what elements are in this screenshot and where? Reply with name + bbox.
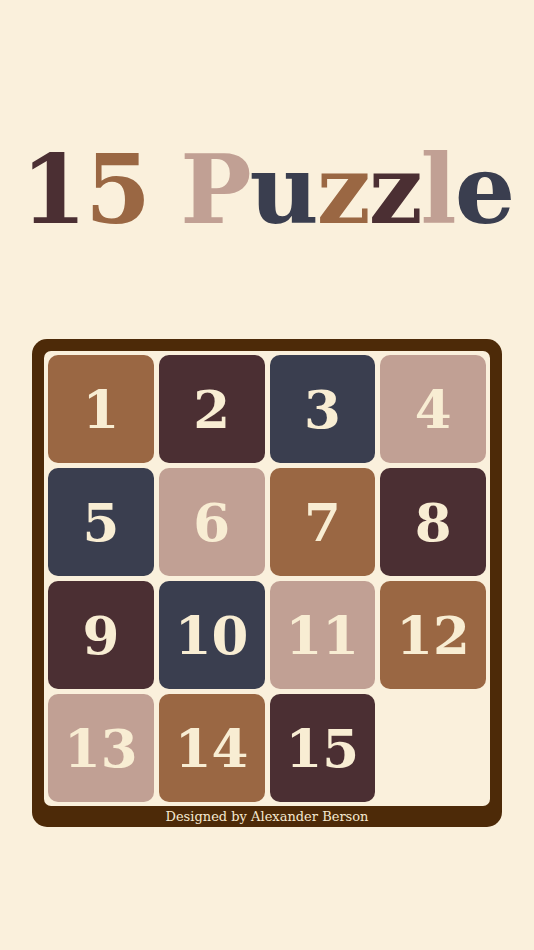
title-letter: l [421, 134, 455, 245]
puzzle-board: 123456789101112131415 [44, 351, 490, 806]
tile-1[interactable]: 1 [48, 355, 154, 463]
title-letter: 1 [21, 134, 85, 245]
tile-10[interactable]: 10 [159, 581, 265, 689]
tile-8[interactable]: 8 [380, 468, 486, 576]
tile-7[interactable]: 7 [270, 468, 376, 576]
tile-2[interactable]: 2 [159, 355, 265, 463]
tile-5[interactable]: 5 [48, 468, 154, 576]
title-letter [149, 134, 180, 245]
tile-4[interactable]: 4 [380, 355, 486, 463]
tile-6[interactable]: 6 [159, 468, 265, 576]
title-letter: u [250, 134, 317, 245]
tile-grid: 123456789101112131415 [48, 355, 486, 802]
title-letter: z [369, 134, 421, 245]
empty-cell [380, 694, 486, 802]
tile-3[interactable]: 3 [270, 355, 376, 463]
title-letter: e [455, 134, 513, 245]
tile-11[interactable]: 11 [270, 581, 376, 689]
page-title: 15 Puzzle [0, 0, 534, 243]
title-letter: P [180, 134, 249, 245]
caption-bar: Designed by Alexander Berson [44, 806, 490, 827]
puzzle-app-page: 15 Puzzle 123456789101112131415 Designed… [0, 0, 534, 950]
puzzle-board-frame: 123456789101112131415 Designed by Alexan… [32, 339, 502, 827]
tile-15[interactable]: 15 [270, 694, 376, 802]
tile-9[interactable]: 9 [48, 581, 154, 689]
tile-13[interactable]: 13 [48, 694, 154, 802]
title-letter: z [317, 134, 369, 245]
designer-credit: Designed by Alexander Berson [166, 810, 369, 823]
tile-14[interactable]: 14 [159, 694, 265, 802]
title-letter: 5 [85, 134, 149, 245]
tile-12[interactable]: 12 [380, 581, 486, 689]
